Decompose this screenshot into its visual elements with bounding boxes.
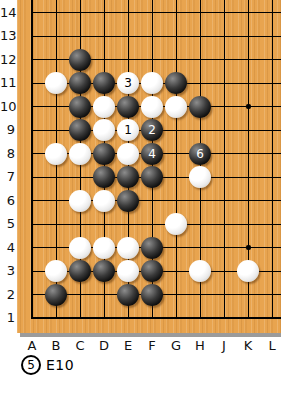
go-diagram-page: 31246 1413121110987654321 ABCDEFGHJKL 5 … xyxy=(0,0,281,393)
stone-white-H7[interactable] xyxy=(189,166,211,188)
column-label-K: K xyxy=(236,339,260,353)
row-label-9: 9 xyxy=(0,123,15,137)
column-label-D: D xyxy=(92,339,116,353)
caption-move-number-circle: 5 xyxy=(21,355,41,375)
stone-black-E10[interactable] xyxy=(117,96,139,118)
stone-white-E4[interactable] xyxy=(117,237,139,259)
stone-black-D11[interactable] xyxy=(93,72,115,94)
row-label-10: 10 xyxy=(0,100,15,114)
stone-white-C4[interactable] xyxy=(69,237,91,259)
stone-white-D6[interactable] xyxy=(93,190,115,212)
stone-black-F2[interactable] xyxy=(141,284,163,306)
stone-black-E6[interactable] xyxy=(117,190,139,212)
column-label-L: L xyxy=(260,339,281,353)
column-label-J: J xyxy=(212,339,236,353)
stone-white-C8[interactable] xyxy=(69,143,91,165)
stone-white-C6[interactable] xyxy=(69,190,91,212)
row-label-11: 11 xyxy=(0,76,15,90)
row-label-2: 2 xyxy=(0,288,15,302)
stone-black-H10[interactable] xyxy=(189,96,211,118)
stone-black-F3[interactable] xyxy=(141,260,163,282)
stone-white-D10[interactable] xyxy=(93,96,115,118)
row-label-12: 12 xyxy=(0,53,15,67)
row-label-14: 14 xyxy=(0,6,15,20)
stone-black-D3[interactable] xyxy=(93,260,115,282)
row-label-1: 1 xyxy=(0,311,15,325)
stone-black-E7[interactable] xyxy=(117,166,139,188)
column-label-F: F xyxy=(140,339,164,353)
stone-white-B8[interactable] xyxy=(45,143,67,165)
stone-black-E2[interactable] xyxy=(117,284,139,306)
stone-white-D9[interactable] xyxy=(93,119,115,141)
caption-move-point: E10 xyxy=(46,357,74,373)
stone-black-C10[interactable] xyxy=(69,96,91,118)
stone-black-D7[interactable] xyxy=(93,166,115,188)
stone-black-G11[interactable] xyxy=(165,72,187,94)
stone-white-D4[interactable] xyxy=(93,237,115,259)
stone-white-F11[interactable] xyxy=(141,72,163,94)
stone-black-B2[interactable] xyxy=(45,284,67,306)
stone-white-E11[interactable]: 3 xyxy=(117,72,139,94)
stone-black-C11[interactable] xyxy=(69,72,91,94)
column-label-A: A xyxy=(20,339,44,353)
stone-white-F10[interactable] xyxy=(141,96,163,118)
stone-white-G5[interactable] xyxy=(165,213,187,235)
column-label-E: E xyxy=(116,339,140,353)
stone-black-C3[interactable] xyxy=(69,260,91,282)
stone-white-G10[interactable] xyxy=(165,96,187,118)
stone-white-E8[interactable] xyxy=(117,143,139,165)
go-board[interactable]: 31246 xyxy=(17,0,281,333)
stone-black-H8[interactable]: 6 xyxy=(189,143,211,165)
stone-black-F8[interactable]: 4 xyxy=(141,143,163,165)
column-label-B: B xyxy=(44,339,68,353)
stone-black-C12[interactable] xyxy=(69,49,91,71)
column-label-G: G xyxy=(164,339,188,353)
stone-white-B11[interactable] xyxy=(45,72,67,94)
row-label-5: 5 xyxy=(0,217,15,231)
row-label-7: 7 xyxy=(0,170,15,184)
column-label-H: H xyxy=(188,339,212,353)
stone-black-F4[interactable] xyxy=(141,237,163,259)
stone-black-D8[interactable] xyxy=(93,143,115,165)
column-label-C: C xyxy=(68,339,92,353)
stone-white-E3[interactable] xyxy=(117,260,139,282)
row-label-6: 6 xyxy=(0,194,15,208)
stones-layer: 31246 xyxy=(20,1,281,330)
stone-white-H3[interactable] xyxy=(189,260,211,282)
stone-white-K3[interactable] xyxy=(237,260,259,282)
row-label-13: 13 xyxy=(0,29,15,43)
stone-white-B3[interactable] xyxy=(45,260,67,282)
stone-white-E9[interactable]: 1 xyxy=(117,119,139,141)
stone-black-F7[interactable] xyxy=(141,166,163,188)
row-label-4: 4 xyxy=(0,241,15,255)
stone-black-C9[interactable] xyxy=(69,119,91,141)
row-label-8: 8 xyxy=(0,147,15,161)
board-bottom-shadow xyxy=(20,333,281,337)
caption: 5 E10 xyxy=(21,354,74,375)
stone-black-F9[interactable]: 2 xyxy=(141,119,163,141)
row-label-3: 3 xyxy=(0,264,15,278)
